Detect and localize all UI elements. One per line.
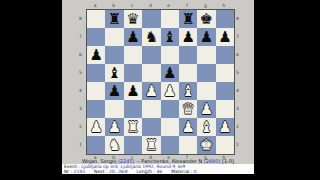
rank-label-7: 7 xyxy=(236,27,241,45)
square-c3 xyxy=(124,100,142,118)
square-f5 xyxy=(179,64,197,82)
square-c2: ♜ xyxy=(124,118,142,136)
file-label-b: b xyxy=(104,3,122,8)
square-h2: ♟ xyxy=(216,118,234,136)
file-label-h: h xyxy=(215,3,233,8)
square-g2: ♝ xyxy=(197,118,215,136)
stat-token-2: Length : 46 xyxy=(137,169,163,174)
info-strip: Event : Ljubljana op 3rd, Ljubljana 1992… xyxy=(62,164,254,174)
square-e1 xyxy=(161,136,179,154)
file-label-g: g xyxy=(196,3,214,8)
white-king-g1: ♚ xyxy=(200,136,213,154)
square-g7: ♟ xyxy=(197,28,215,46)
square-a3 xyxy=(87,100,105,118)
white-queen-f3: ♛ xyxy=(181,100,194,118)
square-f6 xyxy=(179,46,197,64)
file-label-c: c xyxy=(123,3,141,8)
white-pawn-h2: ♟ xyxy=(218,118,231,136)
square-d1: ♜ xyxy=(142,136,160,154)
rank-labels-left: 87654321 xyxy=(79,9,84,153)
black-pawn-g7: ♟ xyxy=(200,28,213,46)
letterbox-bottom xyxy=(0,174,320,180)
rank-label-7: 7 xyxy=(79,27,84,45)
black-pawn-b4: ♟ xyxy=(108,82,121,100)
diagram-panel: abcdefgh 87654321 ♜♛♜♚♟♞♝♟♟♟♟♝♟♟♟♟♟♝♛♟♟♟… xyxy=(62,0,254,174)
square-d7: ♞ xyxy=(142,28,160,46)
file-labels-top: abcdefgh xyxy=(86,3,233,8)
square-d6 xyxy=(142,46,160,64)
square-d2 xyxy=(142,118,160,136)
square-f4: ♝ xyxy=(179,82,197,100)
square-a1 xyxy=(87,136,105,154)
stat-value-3: 0 xyxy=(194,169,197,174)
white-pawn-e4: ♟ xyxy=(163,82,176,100)
letterbox-right xyxy=(254,0,320,180)
rank-label-4: 4 xyxy=(79,81,84,99)
black-pawn-f7: ♟ xyxy=(181,28,194,46)
rank-label-3: 3 xyxy=(79,99,84,117)
white-bishop-f4: ♝ xyxy=(181,82,194,100)
stat-value-2: 46 xyxy=(156,169,162,174)
black-pawn-c7: ♟ xyxy=(126,28,139,46)
square-b5: ♝ xyxy=(105,64,123,82)
square-h3 xyxy=(216,100,234,118)
square-h5 xyxy=(216,64,234,82)
square-h8 xyxy=(216,10,234,28)
black-bishop-e7: ♝ xyxy=(163,28,176,46)
square-e8 xyxy=(161,10,179,28)
square-g8: ♚ xyxy=(197,10,215,28)
black-pawn-e5: ♟ xyxy=(163,64,176,82)
square-f2: ♟ xyxy=(179,118,197,136)
square-a2: ♟ xyxy=(87,118,105,136)
square-f7: ♟ xyxy=(179,28,197,46)
square-b8: ♜ xyxy=(105,10,123,28)
square-f8: ♜ xyxy=(179,10,197,28)
square-e3 xyxy=(161,100,179,118)
square-c4: ♟ xyxy=(124,82,142,100)
black-pawn-a6: ♟ xyxy=(89,46,102,64)
white-pawn-b2: ♟ xyxy=(108,118,121,136)
video-frame: abcdefgh 87654321 ♜♛♜♚♟♞♝♟♟♟♟♝♟♟♟♟♟♝♛♟♟♟… xyxy=(0,0,320,180)
file-label-d: d xyxy=(141,3,159,8)
white-pawn-a2: ♟ xyxy=(89,118,102,136)
square-a6: ♟ xyxy=(87,46,105,64)
rank-label-5: 5 xyxy=(79,63,84,81)
square-g3: ♟ xyxy=(197,100,215,118)
white-pawn-f2: ♟ xyxy=(181,118,194,136)
square-e2 xyxy=(161,118,179,136)
stat-label-3: Material : xyxy=(171,169,194,174)
square-d4: ♟ xyxy=(142,82,160,100)
chess-board: ♜♛♜♚♟♞♝♟♟♟♟♝♟♟♟♟♟♝♛♟♟♟♜♟♝♟♞♜♚ xyxy=(86,9,235,155)
white-pawn-g3: ♟ xyxy=(200,100,213,118)
square-g4 xyxy=(197,82,215,100)
letterbox-left xyxy=(0,0,62,180)
stat-label-2: Length : xyxy=(137,169,157,174)
square-h1 xyxy=(216,136,234,154)
square-c7: ♟ xyxy=(124,28,142,46)
black-pawn-h7: ♟ xyxy=(218,28,231,46)
square-f1 xyxy=(179,136,197,154)
stat-value-1: 20...Re8 xyxy=(109,169,128,174)
square-e4: ♟ xyxy=(161,82,179,100)
rank-label-8: 8 xyxy=(79,9,84,27)
stat-token-0: Nr : 2145 xyxy=(64,169,85,174)
stat-token-3: Material : 0 xyxy=(171,169,197,174)
square-b2: ♟ xyxy=(105,118,123,136)
square-b1: ♞ xyxy=(105,136,123,154)
rank-label-1: 1 xyxy=(236,135,241,153)
square-a4 xyxy=(87,82,105,100)
black-rook-b8: ♜ xyxy=(108,10,121,28)
square-b6 xyxy=(105,46,123,64)
file-label-f: f xyxy=(178,3,196,8)
rank-label-6: 6 xyxy=(79,45,84,63)
file-label-e: e xyxy=(160,3,178,8)
square-d3 xyxy=(142,100,160,118)
square-b4: ♟ xyxy=(105,82,123,100)
rank-label-4: 4 xyxy=(236,81,241,99)
white-pawn-d4: ♟ xyxy=(145,82,158,100)
square-a8 xyxy=(87,10,105,28)
square-f3: ♛ xyxy=(179,100,197,118)
stat-token-1: Next : 20...Re8 xyxy=(94,169,127,174)
stat-label-1: Next : xyxy=(94,169,109,174)
black-knight-d7: ♞ xyxy=(145,28,158,46)
black-bishop-b5: ♝ xyxy=(108,64,121,82)
rank-label-6: 6 xyxy=(236,45,241,63)
black-rook-f8: ♜ xyxy=(181,10,194,28)
square-g6 xyxy=(197,46,215,64)
square-g5 xyxy=(197,64,215,82)
rank-labels-right: 87654321 xyxy=(236,9,241,153)
stats-line: Nr : 2145Next : 20...Re8Length : 46Mater… xyxy=(62,169,254,174)
stat-label-0: Nr : xyxy=(64,169,74,174)
square-c8: ♛ xyxy=(124,10,142,28)
square-c6 xyxy=(124,46,142,64)
rank-label-1: 1 xyxy=(79,135,84,153)
black-queen-c8: ♛ xyxy=(126,10,139,28)
square-c1 xyxy=(124,136,142,154)
rank-label-5: 5 xyxy=(236,63,241,81)
black-pawn-c4: ♟ xyxy=(126,82,139,100)
square-e7: ♝ xyxy=(161,28,179,46)
square-h7: ♟ xyxy=(216,28,234,46)
stat-value-0: 2145 xyxy=(74,169,85,174)
square-e6 xyxy=(161,46,179,64)
square-a7 xyxy=(87,28,105,46)
square-a5 xyxy=(87,64,105,82)
white-rook-d1: ♜ xyxy=(145,136,158,154)
square-b3 xyxy=(105,100,123,118)
rank-label-2: 2 xyxy=(236,117,241,135)
square-d8 xyxy=(142,10,160,28)
black-king-g8: ♚ xyxy=(200,10,213,28)
rank-label-8: 8 xyxy=(236,9,241,27)
white-bishop-g2: ♝ xyxy=(200,118,213,136)
white-knight-b1: ♞ xyxy=(108,136,121,154)
square-e5: ♟ xyxy=(161,64,179,82)
square-g1: ♚ xyxy=(197,136,215,154)
rank-label-3: 3 xyxy=(236,99,241,117)
white-rook-c2: ♜ xyxy=(126,118,139,136)
square-d5 xyxy=(142,64,160,82)
square-c5 xyxy=(124,64,142,82)
square-h6 xyxy=(216,46,234,64)
rank-label-2: 2 xyxy=(79,117,84,135)
square-h4 xyxy=(216,82,234,100)
square-b7 xyxy=(105,28,123,46)
file-label-a: a xyxy=(86,3,104,8)
